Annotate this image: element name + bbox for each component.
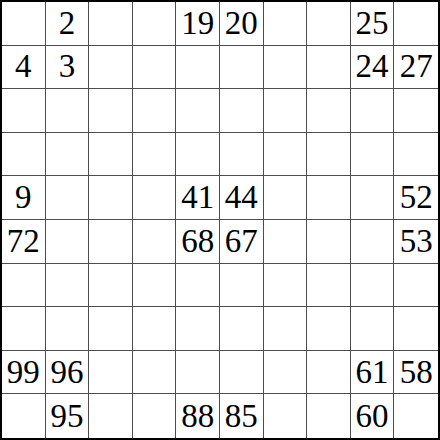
cell-r9c4[interactable] xyxy=(133,351,177,395)
cell-r10c2: 95 xyxy=(46,394,90,438)
cell-r8c9[interactable] xyxy=(351,307,395,351)
cell-r7c5[interactable] xyxy=(176,264,220,308)
cell-r6c10: 53 xyxy=(394,220,438,264)
cell-r9c1: 99 xyxy=(2,351,46,395)
cell-r2c1: 4 xyxy=(2,46,46,90)
cell-r6c8[interactable] xyxy=(307,220,351,264)
cell-r5c10: 52 xyxy=(394,176,438,220)
cell-r5c1: 9 xyxy=(2,176,46,220)
cell-r7c6[interactable] xyxy=(220,264,264,308)
cell-r7c8[interactable] xyxy=(307,264,351,308)
cell-r1c5: 19 xyxy=(176,2,220,46)
cell-r8c2[interactable] xyxy=(46,307,90,351)
cell-r8c6[interactable] xyxy=(220,307,264,351)
cell-r4c3[interactable] xyxy=(89,133,133,177)
cell-r6c6: 67 xyxy=(220,220,264,264)
cell-r9c9: 61 xyxy=(351,351,395,395)
cell-r5c5: 41 xyxy=(176,176,220,220)
cell-r5c3[interactable] xyxy=(89,176,133,220)
cell-r1c9: 25 xyxy=(351,2,395,46)
cell-r6c1: 72 xyxy=(2,220,46,264)
cell-r3c7[interactable] xyxy=(264,89,308,133)
cell-r5c2[interactable] xyxy=(46,176,90,220)
cell-r2c6[interactable] xyxy=(220,46,264,90)
cell-r10c9: 60 xyxy=(351,394,395,438)
cell-r4c9[interactable] xyxy=(351,133,395,177)
cell-r9c10: 58 xyxy=(394,351,438,395)
cell-r2c5[interactable] xyxy=(176,46,220,90)
cell-r10c6: 85 xyxy=(220,394,264,438)
cell-r4c1[interactable] xyxy=(2,133,46,177)
cell-r6c4[interactable] xyxy=(133,220,177,264)
cell-r3c5[interactable] xyxy=(176,89,220,133)
cell-r1c1[interactable] xyxy=(2,2,46,46)
cell-r5c4[interactable] xyxy=(133,176,177,220)
cell-r6c3[interactable] xyxy=(89,220,133,264)
cell-r10c7[interactable] xyxy=(264,394,308,438)
cell-r10c3[interactable] xyxy=(89,394,133,438)
cell-r2c2: 3 xyxy=(46,46,90,90)
cell-r2c8[interactable] xyxy=(307,46,351,90)
cell-r2c9: 24 xyxy=(351,46,395,90)
cell-r7c1[interactable] xyxy=(2,264,46,308)
cell-r5c6: 44 xyxy=(220,176,264,220)
cell-r8c4[interactable] xyxy=(133,307,177,351)
cell-r9c2: 96 xyxy=(46,351,90,395)
cell-r7c9[interactable] xyxy=(351,264,395,308)
cell-r7c4[interactable] xyxy=(133,264,177,308)
cell-r4c5[interactable] xyxy=(176,133,220,177)
cell-r7c10[interactable] xyxy=(394,264,438,308)
cell-r10c5: 88 xyxy=(176,394,220,438)
cell-r4c10[interactable] xyxy=(394,133,438,177)
cell-r7c7[interactable] xyxy=(264,264,308,308)
cell-r4c6[interactable] xyxy=(220,133,264,177)
puzzle-board: 2192025432427941445272686753999661589588… xyxy=(0,0,440,440)
cell-r4c2[interactable] xyxy=(46,133,90,177)
cell-r5c8[interactable] xyxy=(307,176,351,220)
cell-r10c4[interactable] xyxy=(133,394,177,438)
cell-r5c9[interactable] xyxy=(351,176,395,220)
cell-r10c8[interactable] xyxy=(307,394,351,438)
cell-r3c3[interactable] xyxy=(89,89,133,133)
cell-r7c2[interactable] xyxy=(46,264,90,308)
cell-r1c7[interactable] xyxy=(264,2,308,46)
cell-r9c7[interactable] xyxy=(264,351,308,395)
cell-r5c7[interactable] xyxy=(264,176,308,220)
cell-r8c7[interactable] xyxy=(264,307,308,351)
cell-r8c10[interactable] xyxy=(394,307,438,351)
cell-r1c10[interactable] xyxy=(394,2,438,46)
cell-r3c6[interactable] xyxy=(220,89,264,133)
cell-r10c10[interactable] xyxy=(394,394,438,438)
cell-r4c7[interactable] xyxy=(264,133,308,177)
cell-r3c1[interactable] xyxy=(2,89,46,133)
cell-r4c4[interactable] xyxy=(133,133,177,177)
cell-r7c3[interactable] xyxy=(89,264,133,308)
cell-r4c8[interactable] xyxy=(307,133,351,177)
cell-r1c6: 20 xyxy=(220,2,264,46)
cell-r8c5[interactable] xyxy=(176,307,220,351)
cell-r9c6[interactable] xyxy=(220,351,264,395)
cell-r6c7[interactable] xyxy=(264,220,308,264)
cell-r2c7[interactable] xyxy=(264,46,308,90)
cell-r6c5: 68 xyxy=(176,220,220,264)
cell-r6c9[interactable] xyxy=(351,220,395,264)
cell-r2c10: 27 xyxy=(394,46,438,90)
cell-r3c10[interactable] xyxy=(394,89,438,133)
cell-r3c2[interactable] xyxy=(46,89,90,133)
cell-r3c4[interactable] xyxy=(133,89,177,133)
cell-r1c4[interactable] xyxy=(133,2,177,46)
cell-r8c3[interactable] xyxy=(89,307,133,351)
cell-r9c3[interactable] xyxy=(89,351,133,395)
cell-r8c1[interactable] xyxy=(2,307,46,351)
cell-r1c8[interactable] xyxy=(307,2,351,46)
cell-r6c2[interactable] xyxy=(46,220,90,264)
cell-r9c8[interactable] xyxy=(307,351,351,395)
cell-r9c5[interactable] xyxy=(176,351,220,395)
cell-r10c1[interactable] xyxy=(2,394,46,438)
cell-r3c8[interactable] xyxy=(307,89,351,133)
cell-r2c3[interactable] xyxy=(89,46,133,90)
cell-r2c4[interactable] xyxy=(133,46,177,90)
cell-r1c3[interactable] xyxy=(89,2,133,46)
cell-r8c8[interactable] xyxy=(307,307,351,351)
cell-r1c2: 2 xyxy=(46,2,90,46)
cell-r3c9[interactable] xyxy=(351,89,395,133)
